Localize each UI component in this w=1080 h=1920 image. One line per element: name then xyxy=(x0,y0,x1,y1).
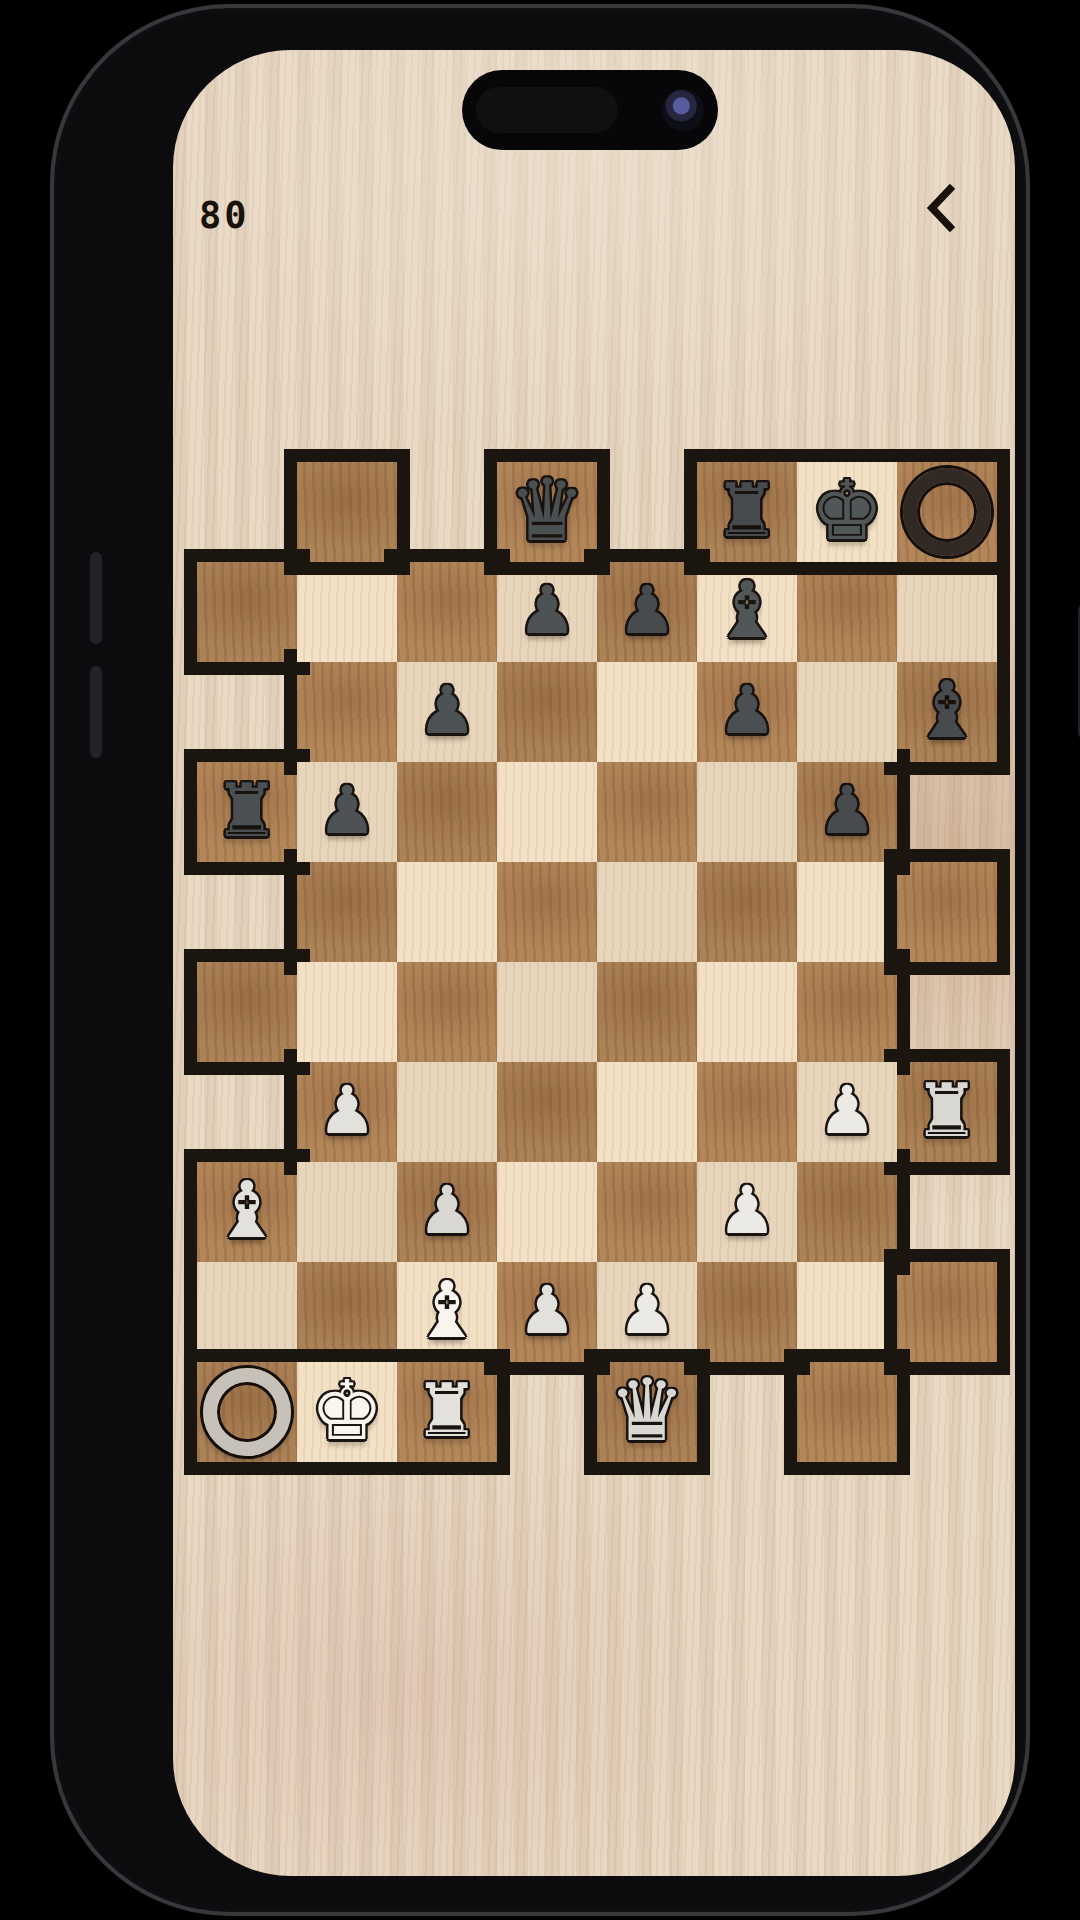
board-outline xyxy=(884,849,897,975)
phone-frame: 80 ♛♜♚♟♟♝♟♟♝♜♟♟♟♟♜♝♟♟♝♟♟♚♜♛ xyxy=(50,4,1030,1916)
square-r2c1[interactable] xyxy=(297,662,397,762)
app-screen: 80 ♛♜♚♟♟♝♟♟♝♜♟♟♟♟♜♝♟♟♝♟♟♚♜♛ xyxy=(173,50,1015,1876)
square-r5c6[interactable] xyxy=(797,962,897,1062)
square-r3c6[interactable]: ♟ xyxy=(797,762,897,862)
black-pawn[interactable]: ♟ xyxy=(697,660,797,760)
white-rook[interactable]: ♜ xyxy=(897,1060,997,1160)
white-pawn[interactable]: ♟ xyxy=(597,1260,697,1360)
square-r8c4[interactable]: ♟ xyxy=(597,1262,697,1362)
square-r1c0[interactable] xyxy=(197,562,297,662)
square-r3c2[interactable] xyxy=(397,762,497,862)
square-r2c3[interactable] xyxy=(497,662,597,762)
black-bishop[interactable]: ♝ xyxy=(897,660,997,760)
board-outline xyxy=(284,449,410,462)
board-outline xyxy=(584,1349,710,1362)
black-rook[interactable]: ♜ xyxy=(697,460,797,560)
board-outline xyxy=(584,1462,710,1475)
square-r5c5[interactable] xyxy=(697,962,797,1062)
board-outline xyxy=(284,562,410,575)
white-pawn[interactable]: ♟ xyxy=(297,1060,397,1160)
volume-up-button xyxy=(90,552,102,644)
white-queen[interactable]: ♛ xyxy=(597,1360,697,1460)
board-outline xyxy=(384,549,510,562)
square-r7c2[interactable]: ♟ xyxy=(397,1162,497,1262)
square-r3c0[interactable]: ♜ xyxy=(197,762,297,862)
square-r2c6[interactable] xyxy=(797,662,897,762)
white-king[interactable]: ♚ xyxy=(297,1360,397,1460)
square-r6c5[interactable] xyxy=(697,1062,797,1162)
board-outline xyxy=(184,949,310,962)
square-r4c7[interactable] xyxy=(897,862,997,962)
white-bishop[interactable]: ♝ xyxy=(397,1260,497,1360)
square-r8c1[interactable] xyxy=(297,1262,397,1362)
square-r1c4[interactable]: ♟ xyxy=(597,562,697,662)
black-pawn[interactable]: ♟ xyxy=(297,760,397,860)
board-outline xyxy=(584,549,710,562)
board-outline xyxy=(184,549,197,675)
board-outline xyxy=(484,562,610,575)
chevron-left-icon xyxy=(910,176,974,240)
white-rook[interactable]: ♜ xyxy=(397,1360,497,1460)
square-r0c7[interactable] xyxy=(897,462,997,562)
board-outline xyxy=(784,1349,797,1475)
black-pawn[interactable]: ♟ xyxy=(397,660,497,760)
white-ring-marker[interactable] xyxy=(203,1368,291,1456)
board-outline xyxy=(884,562,1010,575)
board-outline xyxy=(784,1462,910,1475)
square-r5c3[interactable] xyxy=(497,962,597,1062)
board-outline xyxy=(184,749,310,762)
black-king[interactable]: ♚ xyxy=(797,460,897,560)
white-bishop[interactable]: ♝ xyxy=(197,1160,297,1260)
black-bishop[interactable]: ♝ xyxy=(697,560,797,660)
square-r9c0[interactable] xyxy=(197,1362,297,1462)
square-r6c2[interactable] xyxy=(397,1062,497,1162)
board-outline xyxy=(184,549,310,562)
square-r1c7[interactable] xyxy=(897,562,997,662)
black-rook[interactable]: ♜ xyxy=(197,760,297,860)
square-r7c4[interactable] xyxy=(597,1162,697,1262)
white-pawn[interactable]: ♟ xyxy=(797,1060,897,1160)
square-r6c4[interactable] xyxy=(597,1062,697,1162)
black-queen[interactable]: ♛ xyxy=(497,460,597,560)
square-r4c6[interactable] xyxy=(797,862,897,962)
black-pawn[interactable]: ♟ xyxy=(797,760,897,860)
square-r9c2[interactable]: ♜ xyxy=(397,1362,497,1462)
board-outline xyxy=(884,1249,1010,1262)
dynamic-island xyxy=(462,70,718,150)
square-r2c5[interactable]: ♟ xyxy=(697,662,797,762)
white-pawn[interactable]: ♟ xyxy=(697,1160,797,1260)
square-r7c3[interactable] xyxy=(497,1162,597,1262)
black-pawn[interactable]: ♟ xyxy=(597,560,697,660)
square-r0c1[interactable] xyxy=(297,462,397,562)
square-r4c3[interactable] xyxy=(497,862,597,962)
board-outline xyxy=(184,949,197,1075)
board-outline xyxy=(884,849,1010,862)
square-r4c5[interactable] xyxy=(697,862,797,962)
square-r3c4[interactable] xyxy=(597,762,697,862)
board-outline xyxy=(484,449,610,462)
board-outline xyxy=(384,1349,510,1362)
square-r7c0[interactable]: ♝ xyxy=(197,1162,297,1262)
square-r3c1[interactable]: ♟ xyxy=(297,762,397,862)
square-r1c6[interactable] xyxy=(797,562,897,662)
square-r9c6[interactable] xyxy=(797,1362,897,1462)
square-r1c2[interactable] xyxy=(397,562,497,662)
board-outline xyxy=(184,1349,197,1475)
square-r4c2[interactable] xyxy=(397,862,497,962)
square-r7c5[interactable]: ♟ xyxy=(697,1162,797,1262)
board-outline xyxy=(884,449,1010,462)
board-outline xyxy=(997,1049,1010,1175)
board-outline xyxy=(884,1049,1010,1062)
square-r0c5[interactable]: ♜ xyxy=(697,462,797,562)
square-r9c1[interactable]: ♚ xyxy=(297,1362,397,1462)
square-r5c0[interactable] xyxy=(197,962,297,1062)
square-r5c1[interactable] xyxy=(297,962,397,1062)
square-r4c4[interactable] xyxy=(597,862,697,962)
level-indicator: 80 xyxy=(199,194,250,237)
chess-board: ♛♜♚♟♟♝♟♟♝♜♟♟♟♟♜♝♟♟♝♟♟♚♜♛ xyxy=(197,462,997,1462)
square-r7c1[interactable] xyxy=(297,1162,397,1262)
board-outline xyxy=(584,1349,597,1475)
square-r8c3[interactable]: ♟ xyxy=(497,1262,597,1362)
board-outline xyxy=(897,1349,910,1475)
square-r8c0[interactable] xyxy=(197,1262,297,1362)
back-button[interactable] xyxy=(906,172,978,244)
square-r5c2[interactable] xyxy=(397,962,497,1062)
square-r3c3[interactable] xyxy=(497,762,597,862)
square-r6c6[interactable]: ♟ xyxy=(797,1062,897,1162)
square-r9c4[interactable]: ♛ xyxy=(597,1362,697,1462)
board-outline xyxy=(697,1349,710,1475)
front-camera-icon xyxy=(662,89,704,131)
square-r2c2[interactable]: ♟ xyxy=(397,662,497,762)
square-r1c3[interactable]: ♟ xyxy=(497,562,597,662)
square-r5c4[interactable] xyxy=(597,962,697,1062)
square-r2c7[interactable]: ♝ xyxy=(897,662,997,762)
square-r8c5[interactable] xyxy=(697,1262,797,1362)
board-outline xyxy=(997,1249,1010,1375)
square-r8c6[interactable] xyxy=(797,1262,897,1362)
square-r1c1[interactable] xyxy=(297,562,397,662)
board-outline xyxy=(784,1349,910,1362)
square-r6c3[interactable] xyxy=(497,1062,597,1162)
square-r8c2[interactable]: ♝ xyxy=(397,1262,497,1362)
square-r2c4[interactable] xyxy=(597,662,697,762)
square-r6c1[interactable]: ♟ xyxy=(297,1062,397,1162)
square-r4c1[interactable] xyxy=(297,862,397,962)
speaker-cutout-icon xyxy=(476,87,618,133)
black-pawn[interactable]: ♟ xyxy=(497,560,597,660)
square-r0c6[interactable]: ♚ xyxy=(797,462,897,562)
board-outline xyxy=(384,1462,510,1475)
board-outline xyxy=(184,749,197,875)
square-r7c6[interactable] xyxy=(797,1162,897,1262)
board-outline xyxy=(184,1149,310,1162)
volume-down-button xyxy=(90,666,102,758)
square-r6c7[interactable]: ♜ xyxy=(897,1062,997,1162)
board-outline xyxy=(497,1349,510,1475)
board-outline xyxy=(997,849,1010,975)
square-r3c5[interactable] xyxy=(697,762,797,862)
square-r1c5[interactable]: ♝ xyxy=(697,562,797,662)
square-r8c7[interactable] xyxy=(897,1262,997,1362)
black-ring-marker[interactable] xyxy=(903,468,991,556)
square-r0c3[interactable]: ♛ xyxy=(497,462,597,562)
white-pawn[interactable]: ♟ xyxy=(497,1260,597,1360)
board-outline xyxy=(997,649,1010,775)
white-pawn[interactable]: ♟ xyxy=(397,1160,497,1260)
